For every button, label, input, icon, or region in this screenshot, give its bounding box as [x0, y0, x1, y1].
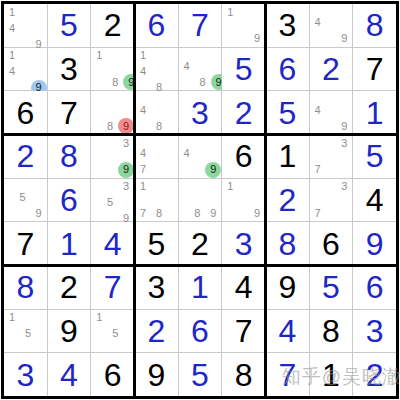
candidate-grid: 59: [4, 179, 47, 222]
candidate[interactable]: 1: [91, 310, 107, 326]
solved-digit: 3: [4, 353, 47, 396]
cell-r1c9[interactable]: 8: [353, 4, 396, 47]
cell-r2c4[interactable]: 148: [135, 48, 178, 91]
candidate[interactable]: 4: [179, 146, 195, 162]
cell-r4c5[interactable]: 49: [179, 135, 222, 178]
solved-digit: 5: [179, 353, 222, 396]
cell-r9c2[interactable]: 4: [48, 353, 91, 396]
given-digit: 6: [4, 91, 47, 134]
solved-digit: 3: [222, 222, 265, 265]
cell-r8c3[interactable]: 15: [91, 310, 134, 353]
cell-r7c6[interactable]: 4: [222, 266, 265, 309]
cell-r5c9[interactable]: 4: [353, 179, 396, 222]
sudoku-board: 1495267193498149318914848956276789483254…: [1, 1, 399, 399]
cell-r6c4[interactable]: 5: [135, 222, 178, 265]
solved-digit: 3: [353, 310, 396, 353]
candidate-grid: 149: [4, 48, 47, 91]
candidate-grid: 148: [135, 48, 178, 91]
candidate[interactable]: 3: [118, 179, 134, 195]
cell-r6c3[interactable]: 4: [91, 222, 134, 265]
candidate[interactable]: 7: [135, 162, 151, 178]
cell-r7c1[interactable]: 8: [4, 266, 47, 309]
cell-r9c7[interactable]: 7: [266, 353, 309, 396]
cell-r2c5[interactable]: 489: [179, 48, 222, 91]
cell-r8c6[interactable]: 7: [222, 310, 265, 353]
solved-digit: 4: [266, 310, 309, 353]
solved-digit: 8: [353, 4, 396, 47]
candidate[interactable]: 9: [31, 205, 47, 221]
cell-r4c7[interactable]: 1: [266, 135, 309, 178]
candidate[interactable]: 8: [195, 74, 211, 90]
candidate[interactable]: 4: [135, 146, 151, 162]
cell-r8c1[interactable]: 15: [4, 310, 47, 353]
cell-r3c8[interactable]: 49: [310, 91, 353, 134]
cell-r7c3[interactable]: 7: [91, 266, 134, 309]
solved-digit: 1: [48, 222, 91, 265]
given-digit: 2: [48, 266, 91, 309]
cell-r1c5[interactable]: 7: [179, 4, 222, 47]
solved-digit: 5: [266, 91, 309, 134]
cell-r9c9[interactable]: 2: [353, 353, 396, 396]
cell-r3c7[interactable]: 5: [266, 91, 309, 134]
given-digit: 1: [266, 135, 309, 178]
given-digit: 7: [353, 48, 396, 91]
solved-digit: 4: [91, 222, 134, 265]
cell-r8c9[interactable]: 3: [353, 310, 396, 353]
candidate-grid: 48: [135, 91, 178, 134]
cell-r7c5[interactable]: 1: [179, 266, 222, 309]
cell-r8c4[interactable]: 2: [135, 310, 178, 353]
given-digit: 2: [91, 4, 134, 47]
solved-digit: 6: [135, 4, 178, 47]
solved-digit: 5: [310, 266, 353, 309]
solved-digit: 1: [179, 266, 222, 309]
candidate[interactable]: 1: [222, 4, 238, 20]
candidate[interactable]: 1: [4, 310, 20, 326]
candidate-grid: 189: [91, 48, 134, 91]
cell-r9c5[interactable]: 5: [179, 353, 222, 396]
cell-r7c8[interactable]: 5: [310, 266, 353, 309]
candidate-grid: 178: [135, 179, 178, 222]
sudoku-app: 1495267193498149318914848956276789483254…: [0, 0, 400, 400]
given-digit: 6: [91, 353, 134, 396]
candidate[interactable]: 4: [310, 15, 326, 31]
cell-r4c4[interactable]: 47: [135, 135, 178, 178]
given-digit: 2: [179, 222, 222, 265]
candidate[interactable]: 5: [20, 326, 36, 342]
cell-r3c2[interactable]: 7: [48, 91, 91, 134]
cell-r6c6[interactable]: 3: [222, 222, 265, 265]
candidate-grid: 37: [310, 135, 353, 178]
candidate-grid: 19: [222, 179, 265, 222]
cell-r1c6[interactable]: 19: [222, 4, 265, 47]
solved-digit: 6: [266, 48, 309, 91]
cell-r3c3[interactable]: 89: [91, 91, 134, 134]
candidate[interactable]: 4: [135, 64, 151, 80]
cell-r1c7[interactable]: 3: [266, 4, 309, 47]
given-digit: 7: [222, 310, 265, 353]
candidate[interactable]: 1: [91, 48, 107, 64]
cell-r5c5[interactable]: 89: [179, 179, 222, 222]
solved-digit: 2: [353, 353, 396, 396]
candidate[interactable]: 9: [249, 31, 265, 47]
candidate-grid: 47: [135, 135, 178, 178]
cell-r5c6[interactable]: 19: [222, 179, 265, 222]
cell-r5c1[interactable]: 59: [4, 179, 47, 222]
candidate-grid: 37: [310, 179, 353, 222]
cell-r4c3[interactable]: 39: [91, 135, 134, 178]
cell-r4c9[interactable]: 5: [353, 135, 396, 178]
candidate[interactable]: 3: [336, 179, 352, 195]
solved-digit: 2: [135, 310, 178, 353]
cell-r6c9[interactable]: 9: [353, 222, 396, 265]
cell-r4c8[interactable]: 37: [310, 135, 353, 178]
cell-r2c6[interactable]: 5: [222, 48, 265, 91]
cell-r1c8[interactable]: 49: [310, 4, 353, 47]
cell-r5c8[interactable]: 37: [310, 179, 353, 222]
candidate[interactable]: 5: [102, 195, 118, 211]
candidate[interactable]: 4: [310, 102, 326, 118]
cell-r9c8[interactable]: 1: [310, 353, 353, 396]
given-digit: 9: [135, 353, 178, 396]
candidate[interactable]: 5: [15, 189, 31, 205]
candidate-grid: 89: [91, 91, 134, 134]
candidate[interactable]: 9: [336, 31, 352, 47]
candidate[interactable]: 1: [135, 179, 151, 195]
candidate[interactable]: 7: [310, 162, 326, 178]
cell-r7c9[interactable]: 6: [353, 266, 396, 309]
solved-digit: 4: [48, 353, 91, 396]
given-digit: 7: [4, 222, 47, 265]
cell-r3c5[interactable]: 3: [179, 91, 222, 134]
cell-r3c6[interactable]: 2: [222, 91, 265, 134]
solved-digit: 2: [310, 48, 353, 91]
solved-digit: 8: [48, 135, 91, 178]
cell-r9c4[interactable]: 9: [135, 353, 178, 396]
candidate[interactable]: 4: [179, 58, 195, 74]
given-digit: 4: [353, 179, 396, 222]
cell-r7c2[interactable]: 2: [48, 266, 91, 309]
cell-r6c8[interactable]: 6: [310, 222, 353, 265]
candidate[interactable]: 9: [205, 205, 221, 221]
candidate[interactable]: 1: [4, 48, 20, 64]
given-digit: 7: [48, 91, 91, 134]
solved-digit: 5: [48, 4, 91, 47]
solved-digit: 7: [91, 266, 134, 309]
candidate-grid: 15: [4, 310, 47, 353]
given-digit: 3: [135, 266, 178, 309]
candidate-grid: 49: [310, 4, 353, 47]
candidate[interactable]: 8: [151, 205, 167, 221]
solved-digit: 6: [353, 266, 396, 309]
highlighted-candidate-red[interactable]: 9: [118, 118, 134, 134]
given-digit: 5: [135, 222, 178, 265]
solved-digit: 5: [222, 48, 265, 91]
candidate[interactable]: 3: [336, 135, 352, 151]
cell-r9c6[interactable]: 8: [222, 353, 265, 396]
candidate-grid: 39: [91, 135, 134, 178]
solved-digit: 7: [266, 353, 309, 396]
given-digit: 4: [222, 266, 265, 309]
candidate-grid: 149: [4, 4, 47, 47]
candidate[interactable]: 1: [135, 48, 151, 64]
solved-digit: 6: [48, 179, 91, 222]
cell-r6c1[interactable]: 7: [4, 222, 47, 265]
candidate[interactable]: 1: [4, 4, 20, 20]
given-digit: 8: [222, 353, 265, 396]
given-digit: 9: [266, 266, 309, 309]
candidate-grid: 15: [91, 310, 134, 353]
candidate[interactable]: 7: [135, 205, 151, 221]
cell-r4c2[interactable]: 8: [48, 135, 91, 178]
given-digit: 3: [48, 48, 91, 91]
cell-r1c2[interactable]: 5: [48, 4, 91, 47]
candidate[interactable]: 4: [4, 20, 20, 36]
cell-r8c7[interactable]: 4: [266, 310, 309, 353]
cell-r9c1[interactable]: 3: [4, 353, 47, 396]
candidate[interactable]: 3: [118, 135, 134, 151]
solved-digit: 1: [353, 91, 396, 134]
cell-r3c1[interactable]: 6: [4, 91, 47, 134]
solved-digit: 6: [179, 310, 222, 353]
cell-r2c2[interactable]: 3: [48, 48, 91, 91]
cell-r5c7[interactable]: 2: [266, 179, 309, 222]
cell-r2c7[interactable]: 6: [266, 48, 309, 91]
cell-r2c8[interactable]: 2: [310, 48, 353, 91]
given-digit: 6: [310, 222, 353, 265]
candidate-grid: 19: [222, 4, 265, 47]
given-digit: 1: [310, 353, 353, 396]
cell-r2c3[interactable]: 189: [91, 48, 134, 91]
cell-r3c4[interactable]: 48: [135, 91, 178, 134]
candidate-grid: 489: [179, 48, 222, 91]
cell-r3c9[interactable]: 1: [353, 91, 396, 134]
cell-r2c1[interactable]: 149: [4, 48, 47, 91]
candidate-grid: 49: [310, 91, 353, 134]
cell-r9c3[interactable]: 6: [91, 353, 134, 396]
cell-r4c6[interactable]: 6: [222, 135, 265, 178]
cell-r7c7[interactable]: 9: [266, 266, 309, 309]
cell-r1c4[interactable]: 6: [135, 4, 178, 47]
cell-r6c2[interactable]: 1: [48, 222, 91, 265]
given-digit: 6: [222, 135, 265, 178]
cell-r1c3[interactable]: 2: [91, 4, 134, 47]
given-digit: 9: [48, 310, 91, 353]
candidate-grid: 359: [91, 179, 134, 222]
candidate[interactable]: 8: [102, 118, 118, 134]
candidate[interactable]: 9: [249, 205, 265, 221]
cell-r6c5[interactable]: 2: [179, 222, 222, 265]
solved-digit: 2: [222, 91, 265, 134]
cell-r6c7[interactable]: 8: [266, 222, 309, 265]
solved-digit: 8: [266, 222, 309, 265]
cell-r8c8[interactable]: 8: [310, 310, 353, 353]
candidate[interactable]: 8: [151, 118, 167, 134]
candidate[interactable]: 4: [135, 102, 151, 118]
solved-digit: 2: [4, 135, 47, 178]
candidate[interactable]: 4: [4, 64, 20, 80]
candidate[interactable]: 8: [189, 205, 205, 221]
highlighted-candidate-green[interactable]: 9: [205, 162, 221, 178]
cell-r5c2[interactable]: 6: [48, 179, 91, 222]
solved-digit: 8: [4, 266, 47, 309]
candidate[interactable]: 9: [336, 118, 352, 134]
candidate[interactable]: 8: [107, 74, 123, 90]
candidate-grid: 49: [179, 135, 222, 178]
solved-digit: 7: [179, 4, 222, 47]
solved-digit: 3: [179, 91, 222, 134]
cell-r8c5[interactable]: 6: [179, 310, 222, 353]
cell-r5c3[interactable]: 359: [91, 179, 134, 222]
candidate[interactable]: 7: [310, 205, 326, 221]
cell-r5c4[interactable]: 178: [135, 179, 178, 222]
highlighted-candidate-green[interactable]: 9: [118, 162, 134, 178]
cell-r2c9[interactable]: 7: [353, 48, 396, 91]
cell-r8c2[interactable]: 9: [48, 310, 91, 353]
given-digit: 3: [266, 4, 309, 47]
candidate[interactable]: 5: [107, 326, 123, 342]
solved-digit: 9: [353, 222, 396, 265]
cell-r1c1[interactable]: 149: [4, 4, 47, 47]
candidate[interactable]: 1: [222, 179, 238, 195]
given-digit: 8: [310, 310, 353, 353]
solved-digit: 2: [266, 179, 309, 222]
candidate-grid: 89: [179, 179, 222, 222]
solved-digit: 5: [353, 135, 396, 178]
cell-r7c4[interactable]: 3: [135, 266, 178, 309]
cell-r4c1[interactable]: 2: [4, 135, 47, 178]
